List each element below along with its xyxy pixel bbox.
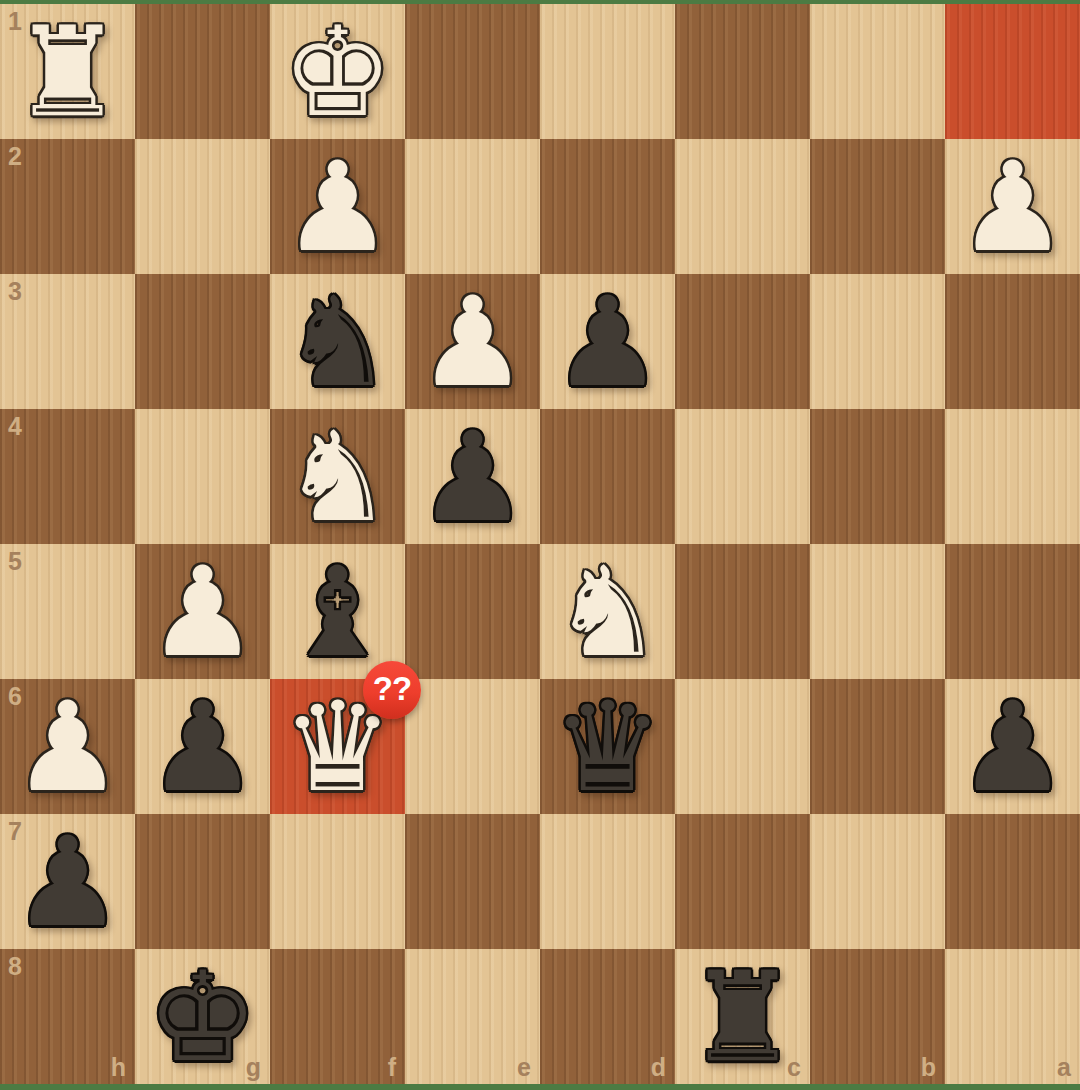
square-h7[interactable]: 7♟ bbox=[0, 814, 135, 949]
file-label-f: f bbox=[388, 1055, 396, 1080]
square-d6[interactable]: ♛ bbox=[540, 679, 675, 814]
square-c3[interactable] bbox=[675, 274, 810, 409]
piece-black-rook-c8[interactable]: ♜ bbox=[675, 949, 810, 1084]
chess-board: 1♜♚2♟♟3♞♟♟4♞♟5♟♝♞6♟♟♛♛♟7♟8hg♚fedc♜ba?? bbox=[0, 4, 1080, 1084]
blunder-badge: ?? bbox=[363, 661, 421, 719]
piece-black-pawn-g6[interactable]: ♟ bbox=[135, 679, 270, 814]
file-label-a: a bbox=[1057, 1055, 1071, 1080]
square-c4[interactable] bbox=[675, 409, 810, 544]
piece-black-pawn-d3[interactable]: ♟ bbox=[540, 274, 675, 409]
square-d7[interactable] bbox=[540, 814, 675, 949]
square-f3[interactable]: ♞ bbox=[270, 274, 405, 409]
square-e2[interactable] bbox=[405, 139, 540, 274]
square-g1[interactable] bbox=[135, 4, 270, 139]
piece-white-pawn-e3[interactable]: ♟ bbox=[405, 274, 540, 409]
square-f4[interactable]: ♞ bbox=[270, 409, 405, 544]
square-e3[interactable]: ♟ bbox=[405, 274, 540, 409]
square-c8[interactable]: c♜ bbox=[675, 949, 810, 1084]
square-h2[interactable]: 2 bbox=[0, 139, 135, 274]
square-c1[interactable] bbox=[675, 4, 810, 139]
square-a6[interactable]: ♟ bbox=[945, 679, 1080, 814]
square-d1[interactable] bbox=[540, 4, 675, 139]
square-g3[interactable] bbox=[135, 274, 270, 409]
square-b2[interactable] bbox=[810, 139, 945, 274]
square-d5[interactable]: ♞ bbox=[540, 544, 675, 679]
square-h1[interactable]: 1♜ bbox=[0, 4, 135, 139]
square-b7[interactable] bbox=[810, 814, 945, 949]
square-a1[interactable] bbox=[945, 4, 1080, 139]
board-frame: 1♜♚2♟♟3♞♟♟4♞♟5♟♝♞6♟♟♛♛♟7♟8hg♚fedc♜ba?? bbox=[0, 0, 1080, 1090]
square-h3[interactable]: 3 bbox=[0, 274, 135, 409]
piece-black-pawn-h7[interactable]: ♟ bbox=[0, 814, 135, 949]
piece-black-queen-d6[interactable]: ♛ bbox=[540, 679, 675, 814]
square-g2[interactable] bbox=[135, 139, 270, 274]
rank-label-4: 4 bbox=[8, 414, 22, 439]
square-b6[interactable] bbox=[810, 679, 945, 814]
file-label-b: b bbox=[921, 1055, 936, 1080]
square-h6[interactable]: 6♟ bbox=[0, 679, 135, 814]
square-e7[interactable] bbox=[405, 814, 540, 949]
square-g6[interactable]: ♟ bbox=[135, 679, 270, 814]
piece-white-knight-f4[interactable]: ♞ bbox=[270, 409, 405, 544]
square-b5[interactable] bbox=[810, 544, 945, 679]
rank-label-5: 5 bbox=[8, 549, 22, 574]
piece-black-pawn-a6[interactable]: ♟ bbox=[945, 679, 1080, 814]
square-a3[interactable] bbox=[945, 274, 1080, 409]
piece-white-pawn-h6[interactable]: ♟ bbox=[0, 679, 135, 814]
square-c6[interactable] bbox=[675, 679, 810, 814]
piece-white-pawn-a2[interactable]: ♟ bbox=[945, 139, 1080, 274]
piece-white-pawn-g5[interactable]: ♟ bbox=[135, 544, 270, 679]
square-e1[interactable] bbox=[405, 4, 540, 139]
square-d3[interactable]: ♟ bbox=[540, 274, 675, 409]
piece-black-king-g8[interactable]: ♚ bbox=[135, 949, 270, 1084]
file-label-d: d bbox=[651, 1055, 666, 1080]
square-c5[interactable] bbox=[675, 544, 810, 679]
rank-label-8: 8 bbox=[8, 954, 22, 979]
square-f1[interactable]: ♚ bbox=[270, 4, 405, 139]
piece-white-king-f1[interactable]: ♚ bbox=[270, 4, 405, 139]
file-label-h: h bbox=[111, 1055, 126, 1080]
square-a2[interactable]: ♟ bbox=[945, 139, 1080, 274]
square-h8[interactable]: 8h bbox=[0, 949, 135, 1084]
square-f7[interactable] bbox=[270, 814, 405, 949]
square-d8[interactable]: d bbox=[540, 949, 675, 1084]
rank-label-2: 2 bbox=[8, 144, 22, 169]
square-h5[interactable]: 5 bbox=[0, 544, 135, 679]
square-e5[interactable] bbox=[405, 544, 540, 679]
square-d2[interactable] bbox=[540, 139, 675, 274]
piece-white-rook-h1[interactable]: ♜ bbox=[0, 4, 135, 139]
file-label-e: e bbox=[517, 1055, 531, 1080]
square-f2[interactable]: ♟ bbox=[270, 139, 405, 274]
piece-white-knight-d5[interactable]: ♞ bbox=[540, 544, 675, 679]
square-c2[interactable] bbox=[675, 139, 810, 274]
square-e6[interactable] bbox=[405, 679, 540, 814]
square-b8[interactable]: b bbox=[810, 949, 945, 1084]
piece-white-pawn-f2[interactable]: ♟ bbox=[270, 139, 405, 274]
square-g7[interactable] bbox=[135, 814, 270, 949]
piece-black-knight-f3[interactable]: ♞ bbox=[270, 274, 405, 409]
square-a8[interactable]: a bbox=[945, 949, 1080, 1084]
square-c7[interactable] bbox=[675, 814, 810, 949]
rank-label-3: 3 bbox=[8, 279, 22, 304]
square-h4[interactable]: 4 bbox=[0, 409, 135, 544]
piece-black-pawn-e4[interactable]: ♟ bbox=[405, 409, 540, 544]
square-e8[interactable]: e bbox=[405, 949, 540, 1084]
square-a4[interactable] bbox=[945, 409, 1080, 544]
square-b3[interactable] bbox=[810, 274, 945, 409]
square-a7[interactable] bbox=[945, 814, 1080, 949]
square-d4[interactable] bbox=[540, 409, 675, 544]
square-g5[interactable]: ♟ bbox=[135, 544, 270, 679]
square-a5[interactable] bbox=[945, 544, 1080, 679]
square-g8[interactable]: g♚ bbox=[135, 949, 270, 1084]
square-e4[interactable]: ♟ bbox=[405, 409, 540, 544]
square-f8[interactable]: f bbox=[270, 949, 405, 1084]
square-g4[interactable] bbox=[135, 409, 270, 544]
piece-black-bishop-f5[interactable]: ♝ bbox=[270, 544, 405, 679]
square-f5[interactable]: ♝ bbox=[270, 544, 405, 679]
square-b1[interactable] bbox=[810, 4, 945, 139]
square-b4[interactable] bbox=[810, 409, 945, 544]
